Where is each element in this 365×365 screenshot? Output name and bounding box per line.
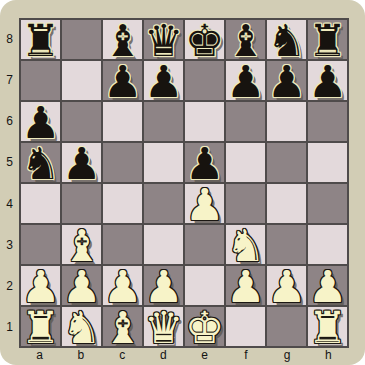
piece-black-rook[interactable]: ♜ <box>21 20 60 59</box>
piece-black-knight[interactable]: ♞ <box>267 20 306 59</box>
square-g4[interactable] <box>267 184 306 223</box>
square-e8[interactable]: ♚ <box>185 20 224 59</box>
square-b3[interactable]: ♝ <box>62 225 101 264</box>
rank-label-1: 1 <box>0 307 19 348</box>
square-c2[interactable]: ♟ <box>103 266 142 305</box>
rank-label-7: 7 <box>0 59 19 100</box>
piece-black-queen[interactable]: ♛ <box>144 20 183 59</box>
piece-black-king[interactable]: ♚ <box>185 20 224 59</box>
square-e1[interactable]: ♚ <box>185 307 224 346</box>
piece-white-pawn[interactable]: ♟ <box>144 266 183 305</box>
piece-black-pawn[interactable]: ♟ <box>267 61 306 100</box>
square-h5[interactable] <box>308 143 347 182</box>
rank-label-8: 8 <box>0 18 19 59</box>
square-h3[interactable] <box>308 225 347 264</box>
piece-black-pawn[interactable]: ♟ <box>62 143 101 182</box>
square-g8[interactable]: ♞ <box>267 20 306 59</box>
square-b6[interactable] <box>62 102 101 141</box>
square-f6[interactable] <box>226 102 265 141</box>
square-f2[interactable]: ♟ <box>226 266 265 305</box>
square-a2[interactable]: ♟ <box>21 266 60 305</box>
square-c8[interactable]: ♝ <box>103 20 142 59</box>
piece-white-king[interactable]: ♚ <box>185 307 224 346</box>
square-f7[interactable]: ♟ <box>226 61 265 100</box>
square-b5[interactable]: ♟ <box>62 143 101 182</box>
piece-black-rook[interactable]: ♜ <box>308 20 347 59</box>
square-d7[interactable]: ♟ <box>144 61 183 100</box>
rank-labels: 8 7 6 5 4 3 2 1 <box>0 18 19 348</box>
square-d4[interactable] <box>144 184 183 223</box>
square-f4[interactable] <box>226 184 265 223</box>
piece-white-knight[interactable]: ♞ <box>226 225 265 264</box>
square-e6[interactable] <box>185 102 224 141</box>
square-e3[interactable] <box>185 225 224 264</box>
rank-label-5: 5 <box>0 142 19 183</box>
chess-board-panel: 8 7 6 5 4 3 2 1 ♜♝♛♚♝♞♜♟♟♟♟♟♟♞♟♟♟♝♞♟♟♟♟♟… <box>0 0 365 365</box>
square-g6[interactable] <box>267 102 306 141</box>
square-e4[interactable]: ♟ <box>185 184 224 223</box>
piece-white-rook[interactable]: ♜ <box>308 307 347 346</box>
square-d3[interactable] <box>144 225 183 264</box>
square-a4[interactable] <box>21 184 60 223</box>
square-c1[interactable]: ♝ <box>103 307 142 346</box>
file-label-f: f <box>225 347 266 363</box>
piece-black-bishop[interactable]: ♝ <box>103 20 142 59</box>
square-b1[interactable]: ♞ <box>62 307 101 346</box>
square-h4[interactable] <box>308 184 347 223</box>
square-b2[interactable]: ♟ <box>62 266 101 305</box>
square-h8[interactable]: ♜ <box>308 20 347 59</box>
square-e5[interactable]: ♟ <box>185 143 224 182</box>
square-h7[interactable]: ♟ <box>308 61 347 100</box>
piece-black-bishop[interactable]: ♝ <box>226 20 265 59</box>
chess-board: ♜♝♛♚♝♞♜♟♟♟♟♟♟♞♟♟♟♝♞♟♟♟♟♟♟♟♜♞♝♛♚♜ <box>19 18 349 348</box>
square-a7[interactable] <box>21 61 60 100</box>
square-c6[interactable] <box>103 102 142 141</box>
square-f8[interactable]: ♝ <box>226 20 265 59</box>
piece-white-pawn[interactable]: ♟ <box>185 184 224 223</box>
piece-white-pawn[interactable]: ♟ <box>226 266 265 305</box>
square-g3[interactable] <box>267 225 306 264</box>
square-b4[interactable] <box>62 184 101 223</box>
square-d5[interactable] <box>144 143 183 182</box>
square-c7[interactable]: ♟ <box>103 61 142 100</box>
piece-black-pawn[interactable]: ♟ <box>21 102 60 141</box>
square-d2[interactable]: ♟ <box>144 266 183 305</box>
piece-black-pawn[interactable]: ♟ <box>144 61 183 100</box>
piece-white-pawn[interactable]: ♟ <box>103 266 142 305</box>
piece-white-pawn[interactable]: ♟ <box>308 266 347 305</box>
square-f3[interactable]: ♞ <box>226 225 265 264</box>
square-h1[interactable]: ♜ <box>308 307 347 346</box>
square-a3[interactable] <box>21 225 60 264</box>
square-c5[interactable] <box>103 143 142 182</box>
rank-label-4: 4 <box>0 183 19 224</box>
square-f5[interactable] <box>226 143 265 182</box>
rank-label-3: 3 <box>0 224 19 265</box>
square-a5[interactable]: ♞ <box>21 143 60 182</box>
piece-white-pawn[interactable]: ♟ <box>267 266 306 305</box>
piece-black-pawn[interactable]: ♟ <box>185 143 224 182</box>
square-b7[interactable] <box>62 61 101 100</box>
square-g2[interactable]: ♟ <box>267 266 306 305</box>
piece-black-pawn[interactable]: ♟ <box>308 61 347 100</box>
square-f1[interactable] <box>226 307 265 346</box>
square-d1[interactable]: ♛ <box>144 307 183 346</box>
square-a8[interactable]: ♜ <box>21 20 60 59</box>
square-h2[interactable]: ♟ <box>308 266 347 305</box>
square-b8[interactable] <box>62 20 101 59</box>
piece-black-pawn[interactable]: ♟ <box>103 61 142 100</box>
square-g5[interactable] <box>267 143 306 182</box>
rank-label-2: 2 <box>0 266 19 307</box>
square-d8[interactable]: ♛ <box>144 20 183 59</box>
piece-white-knight[interactable]: ♞ <box>62 307 101 346</box>
square-a6[interactable]: ♟ <box>21 102 60 141</box>
square-h6[interactable] <box>308 102 347 141</box>
file-label-g: g <box>267 347 308 363</box>
square-g7[interactable]: ♟ <box>267 61 306 100</box>
square-a1[interactable]: ♜ <box>21 307 60 346</box>
square-e7[interactable] <box>185 61 224 100</box>
piece-black-knight[interactable]: ♞ <box>21 143 60 182</box>
square-g1[interactable] <box>267 307 306 346</box>
piece-white-rook[interactable]: ♜ <box>21 307 60 346</box>
piece-white-pawn[interactable]: ♟ <box>62 266 101 305</box>
piece-white-queen[interactable]: ♛ <box>144 307 183 346</box>
piece-black-pawn[interactable]: ♟ <box>226 61 265 100</box>
rank-label-6: 6 <box>0 101 19 142</box>
piece-white-bishop[interactable]: ♝ <box>62 225 101 264</box>
piece-white-pawn[interactable]: ♟ <box>21 266 60 305</box>
square-e2[interactable] <box>185 266 224 305</box>
square-d6[interactable] <box>144 102 183 141</box>
piece-white-bishop[interactable]: ♝ <box>103 307 142 346</box>
square-c3[interactable] <box>103 225 142 264</box>
square-c4[interactable] <box>103 184 142 223</box>
